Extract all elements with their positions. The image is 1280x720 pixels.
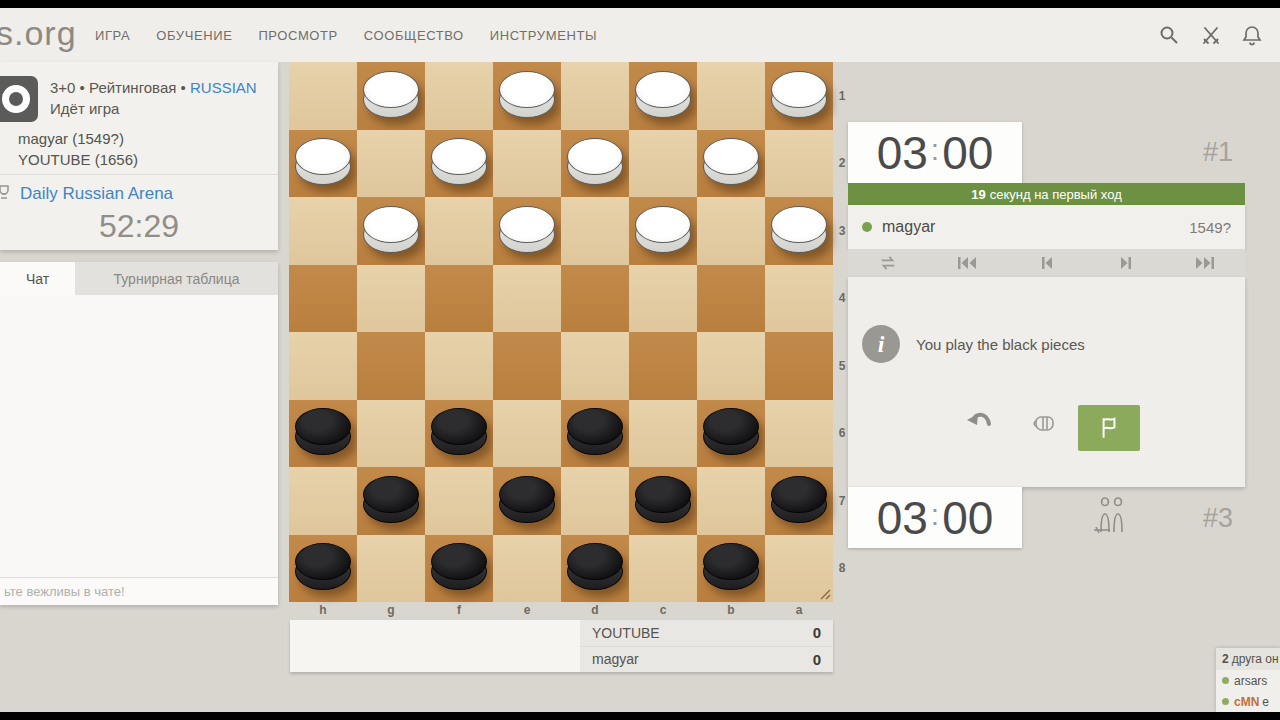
board-square[interactable] (765, 265, 833, 333)
player-clock: 03:00 (848, 487, 1022, 548)
white-checker[interactable] (499, 206, 555, 254)
board-square[interactable] (289, 467, 357, 535)
tab-standings[interactable]: Турнирная таблица (75, 262, 278, 295)
black-checker[interactable] (567, 543, 623, 591)
board-square[interactable] (289, 400, 357, 468)
black-checker[interactable] (499, 476, 555, 524)
board-square[interactable] (629, 400, 697, 468)
white-checker[interactable] (635, 71, 691, 119)
side-info-row: i You play the black pieces (862, 325, 1085, 363)
draw-offer-hand-icon[interactable] (1030, 409, 1058, 440)
board-square[interactable] (357, 62, 425, 130)
file-label: c (629, 602, 697, 618)
resign-flag-icon[interactable] (1078, 405, 1140, 451)
chat-panel: Чат Турнирная таблица ьте вежливы в чате… (0, 262, 278, 605)
board-square[interactable] (697, 62, 765, 130)
friend-row[interactable]: arsars (1216, 670, 1280, 691)
white-checker[interactable] (295, 138, 351, 186)
board-square[interactable] (561, 197, 629, 265)
bell-icon[interactable] (1242, 24, 1262, 46)
last-move-icon[interactable] (1166, 249, 1245, 277)
board-square[interactable] (765, 332, 833, 400)
berserk-figures-icon (1093, 494, 1129, 542)
board-square[interactable] (425, 197, 493, 265)
game-status: Идёт игра (50, 100, 119, 117)
board-square[interactable] (493, 197, 561, 265)
white-checker[interactable] (567, 138, 623, 186)
board-square[interactable] (425, 130, 493, 198)
board-square[interactable] (765, 400, 833, 468)
letterbox-top (0, 0, 1280, 8)
tournament-clock: 52:29 (0, 208, 278, 245)
white-checker[interactable] (499, 71, 555, 119)
banner-seconds: 19 (971, 187, 985, 202)
board-square[interactable] (629, 197, 697, 265)
friends-header-text: друга он (1232, 652, 1279, 666)
white-checker[interactable] (363, 206, 419, 254)
board-square[interactable] (697, 130, 765, 198)
black-player-label[interactable]: YOUTUBE (1656) (18, 149, 138, 170)
board-square[interactable] (561, 265, 629, 333)
black-checker[interactable] (295, 543, 351, 591)
friend-row[interactable]: cMN e (1216, 691, 1280, 712)
white-checker[interactable] (431, 138, 487, 186)
file-label: f (425, 602, 493, 618)
next-move-icon[interactable] (1086, 249, 1165, 277)
game-side-panel: i You play the black pieces YOUTUBE 1656 (848, 277, 1245, 487)
file-label: g (357, 602, 425, 618)
board-square[interactable] (629, 265, 697, 333)
black-checker[interactable] (431, 408, 487, 456)
black-checker[interactable] (295, 408, 351, 456)
nav-item-community[interactable]: СООБЩЕСТВО (364, 28, 464, 43)
board-square[interactable] (425, 467, 493, 535)
moves-list[interactable] (290, 620, 580, 672)
board-square[interactable] (561, 62, 629, 130)
first-move-icon[interactable] (927, 249, 1006, 277)
board-square[interactable] (289, 62, 357, 130)
tab-chat[interactable]: Чат (0, 262, 75, 295)
board-square[interactable] (425, 332, 493, 400)
board-square[interactable] (561, 400, 629, 468)
board-square[interactable] (493, 62, 561, 130)
black-checker[interactable] (703, 543, 759, 591)
white-checker[interactable] (771, 71, 827, 119)
board-square[interactable] (765, 130, 833, 198)
board-square[interactable] (697, 535, 765, 603)
board-square[interactable] (765, 467, 833, 535)
opponent-clock: 03:00 (848, 122, 1022, 183)
board-square[interactable] (493, 400, 561, 468)
score-name: YOUTUBE (592, 625, 660, 641)
clock-colon: : (931, 498, 939, 532)
board-square[interactable] (425, 535, 493, 603)
white-checker[interactable] (635, 206, 691, 254)
score-row-white: magyar 0 (580, 646, 833, 673)
board-square[interactable] (425, 265, 493, 333)
board-square[interactable] (561, 130, 629, 198)
banner-text: секунд на первый ход (990, 187, 1122, 202)
letterbox-bottom (0, 712, 1280, 720)
board-square[interactable] (629, 467, 697, 535)
online-dot (1222, 677, 1229, 684)
trophy-icon (0, 184, 10, 204)
chat-messages-area (0, 295, 278, 577)
online-dot (862, 222, 872, 232)
board-square[interactable] (765, 197, 833, 265)
chat-input-placeholder: ьте вежливы в чате! (0, 584, 125, 599)
score-rows: YOUTUBE 0 magyar 0 (580, 620, 833, 672)
file-label: d (561, 602, 629, 618)
game-type-icon (0, 76, 38, 122)
friends-online-box: 2 друга он arsars cMN e (1216, 648, 1280, 712)
board-square[interactable] (493, 130, 561, 198)
friends-count: 2 (1222, 652, 1229, 666)
file-label: h (289, 602, 357, 618)
move-controls (848, 249, 1245, 277)
friend-name: arsars (1234, 674, 1267, 688)
white-checker[interactable] (771, 206, 827, 254)
white-checker[interactable] (703, 138, 759, 186)
board-square[interactable] (357, 197, 425, 265)
first-move-timer-banner: 19 секунд на первый ход (848, 183, 1245, 205)
black-checker[interactable] (703, 408, 759, 456)
clock-seconds: 00 (942, 126, 993, 180)
board-square[interactable] (289, 332, 357, 400)
previous-move-icon[interactable] (1007, 249, 1086, 277)
board-square[interactable] (289, 130, 357, 198)
game-info-panel: 3+0 • Рейтинговая • RUSSIAN Идёт игра ma… (0, 62, 278, 250)
chat-input[interactable]: ьте вежливы в чате! (0, 577, 278, 605)
board-square[interactable] (561, 535, 629, 603)
board-resize-handle[interactable] (817, 586, 831, 604)
board-square[interactable] (629, 62, 697, 130)
board-square[interactable] (425, 62, 493, 130)
header-icons (1158, 8, 1262, 62)
board-square[interactable] (561, 467, 629, 535)
site-logo[interactable]: s.org (0, 14, 77, 53)
board-square[interactable] (357, 400, 425, 468)
board-square[interactable] (629, 332, 697, 400)
board[interactable] (289, 62, 833, 602)
black-checker[interactable] (431, 543, 487, 591)
file-label: e (493, 602, 561, 618)
undo-icon[interactable] (966, 409, 996, 438)
board-square[interactable] (493, 265, 561, 333)
divider (0, 174, 278, 175)
board-square[interactable] (357, 265, 425, 333)
board-square[interactable] (765, 62, 833, 130)
board-square[interactable] (357, 130, 425, 198)
tournament-link[interactable]: Daily Russian Arena (20, 184, 173, 204)
board-square[interactable] (289, 197, 357, 265)
friends-header[interactable]: 2 друга он (1216, 648, 1280, 670)
nav-item-tools[interactable]: ИНСТРУМЕНТЫ (490, 28, 597, 43)
board-square[interactable] (425, 400, 493, 468)
nav-item-watch[interactable]: ПРОСМОТР (258, 28, 337, 43)
file-labels: hgfedcba (289, 602, 833, 618)
crossed-swords-icon[interactable] (1200, 24, 1222, 46)
opponent-rating: 1549? (1189, 219, 1231, 236)
flip-board-icon[interactable] (848, 249, 927, 277)
white-checker[interactable] (363, 71, 419, 119)
board-square[interactable] (493, 535, 561, 603)
score-box: YOUTUBE 0 magyar 0 (290, 620, 833, 672)
opponent-row: magyar 1549? (848, 205, 1245, 249)
side-info-text: You play the black pieces (916, 336, 1085, 353)
file-label: b (697, 602, 765, 618)
clock-seconds: 00 (942, 491, 993, 545)
variant-link[interactable]: RUSSIAN (190, 79, 257, 96)
board-square[interactable] (357, 467, 425, 535)
player-arena-rank: #3 (1203, 503, 1233, 534)
score-value: 0 (813, 624, 821, 641)
game-meta-text: 3+0 • Рейтинговая • (50, 79, 190, 96)
board-square[interactable] (629, 130, 697, 198)
clock-colon: : (931, 133, 939, 167)
clock-minutes: 03 (877, 491, 928, 545)
opponent-name[interactable]: magyar (882, 218, 935, 236)
board-square[interactable] (289, 265, 357, 333)
black-checker[interactable] (567, 408, 623, 456)
board-square[interactable] (697, 400, 765, 468)
score-name: magyar (592, 651, 639, 667)
search-icon[interactable] (1158, 24, 1180, 46)
board-square[interactable] (493, 332, 561, 400)
score-row-black: YOUTUBE 0 (580, 620, 833, 646)
board-square[interactable] (561, 332, 629, 400)
chat-tabs: Чат Турнирная таблица (0, 262, 278, 295)
black-checker[interactable] (363, 476, 419, 524)
black-checker[interactable] (771, 476, 827, 524)
black-checker[interactable] (635, 476, 691, 524)
board-square[interactable] (357, 332, 425, 400)
opponent-arena-rank: #1 (1203, 137, 1233, 168)
board-square[interactable] (289, 535, 357, 603)
rank-label: 1 (833, 62, 851, 130)
board-square[interactable] (357, 535, 425, 603)
board-square[interactable] (697, 197, 765, 265)
clock-minutes: 03 (877, 126, 928, 180)
nav-item-learn[interactable]: ОБУЧЕНИЕ (156, 28, 232, 43)
site-header: s.org ИГРА ОБУЧЕНИЕ ПРОСМОТР СООБЩЕСТВО … (0, 8, 1280, 62)
score-value: 0 (813, 651, 821, 668)
file-label: a (765, 602, 833, 618)
game-meta: 3+0 • Рейтинговая • RUSSIAN (50, 79, 257, 96)
board-square[interactable] (697, 265, 765, 333)
board-square[interactable] (493, 467, 561, 535)
friend-name: e (1262, 695, 1269, 709)
board-square[interactable] (629, 535, 697, 603)
board-square[interactable] (697, 467, 765, 535)
nav-item-game[interactable]: ИГРА (95, 28, 130, 43)
white-player-label[interactable]: magyar (1549?) (18, 128, 138, 149)
players-list: magyar (1549?) YOUTUBE (1656) (18, 128, 138, 170)
main-nav: ИГРА ОБУЧЕНИЕ ПРОСМОТР СООБЩЕСТВО ИНСТРУ… (95, 8, 597, 62)
info-icon: i (862, 325, 900, 363)
board-square[interactable] (697, 332, 765, 400)
online-dot (1222, 698, 1229, 705)
friend-title: cMN (1234, 695, 1259, 709)
